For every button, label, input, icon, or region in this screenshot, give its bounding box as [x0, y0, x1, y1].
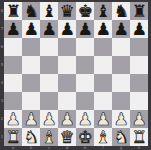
- square-a1[interactable]: ♜: [4, 128, 22, 146]
- square-e1[interactable]: ♚: [76, 128, 94, 146]
- square-a2[interactable]: ♟: [4, 110, 22, 128]
- square-h3[interactable]: [130, 92, 148, 110]
- square-h2[interactable]: ♟: [130, 110, 148, 128]
- square-f3[interactable]: [94, 92, 112, 110]
- square-c7[interactable]: ♟: [40, 20, 58, 38]
- black-knight: ♞: [113, 2, 128, 20]
- file-label-g: g: [112, 146, 130, 150]
- black-king: ♚: [77, 2, 92, 20]
- square-f7[interactable]: ♟: [94, 20, 112, 38]
- black-rook: ♜: [131, 2, 146, 20]
- black-pawn: ♟: [41, 20, 56, 38]
- white-queen: ♛: [59, 128, 74, 146]
- square-d8[interactable]: ♛: [58, 2, 76, 20]
- white-pawn: ♟: [95, 110, 110, 128]
- square-f8[interactable]: ♝: [94, 2, 112, 20]
- black-pawn: ♟: [95, 20, 110, 38]
- square-f1[interactable]: ♝: [94, 128, 112, 146]
- black-pawn: ♟: [23, 20, 38, 38]
- rank-labels: 87654321: [0, 2, 4, 146]
- black-knight: ♞: [23, 2, 38, 20]
- white-bishop: ♝: [41, 128, 56, 146]
- rank-label-4: 4: [0, 74, 4, 92]
- black-bishop: ♝: [95, 2, 110, 20]
- black-pawn: ♟: [131, 20, 146, 38]
- square-g8[interactable]: ♞: [112, 2, 130, 20]
- square-c6[interactable]: [40, 38, 58, 56]
- square-e5[interactable]: [76, 56, 94, 74]
- rank-label-2: 2: [0, 110, 4, 128]
- white-pawn: ♟: [23, 110, 38, 128]
- square-d1[interactable]: ♛: [58, 128, 76, 146]
- rank-label-1: 1: [0, 128, 4, 146]
- square-h7[interactable]: ♟: [130, 20, 148, 38]
- white-pawn: ♟: [5, 110, 20, 128]
- square-b7[interactable]: ♟: [22, 20, 40, 38]
- black-pawn: ♟: [113, 20, 128, 38]
- square-e6[interactable]: [76, 38, 94, 56]
- square-a8[interactable]: ♜: [4, 2, 22, 20]
- square-c3[interactable]: [40, 92, 58, 110]
- white-bishop: ♝: [95, 128, 110, 146]
- square-a3[interactable]: [4, 92, 22, 110]
- square-b2[interactable]: ♟: [22, 110, 40, 128]
- black-queen: ♛: [59, 2, 74, 20]
- square-h6[interactable]: [130, 38, 148, 56]
- square-c8[interactable]: ♝: [40, 2, 58, 20]
- square-d6[interactable]: [58, 38, 76, 56]
- file-label-c: c: [40, 146, 58, 150]
- white-king: ♚: [77, 128, 92, 146]
- white-pawn: ♟: [59, 110, 74, 128]
- file-label-e: e: [76, 146, 94, 150]
- square-d4[interactable]: [58, 74, 76, 92]
- white-rook: ♜: [131, 128, 146, 146]
- white-knight: ♞: [23, 128, 38, 146]
- black-pawn: ♟: [5, 20, 20, 38]
- file-label-b: b: [22, 146, 40, 150]
- black-pawn: ♟: [77, 20, 92, 38]
- square-d2[interactable]: ♟: [58, 110, 76, 128]
- square-d5[interactable]: [58, 56, 76, 74]
- square-b3[interactable]: [22, 92, 40, 110]
- square-c5[interactable]: [40, 56, 58, 74]
- square-e8[interactable]: ♚: [76, 2, 94, 20]
- black-pawn: ♟: [59, 20, 74, 38]
- file-label-d: d: [58, 146, 76, 150]
- square-c4[interactable]: [40, 74, 58, 92]
- square-d7[interactable]: ♟: [58, 20, 76, 38]
- file-label-a: a: [4, 146, 22, 150]
- white-pawn: ♟: [41, 110, 56, 128]
- file-label-h: h: [130, 146, 148, 150]
- square-a7[interactable]: ♟: [4, 20, 22, 38]
- square-e3[interactable]: [76, 92, 94, 110]
- rank-label-6: 6: [0, 38, 4, 56]
- square-e2[interactable]: ♟: [76, 110, 94, 128]
- square-f6[interactable]: [94, 38, 112, 56]
- square-b4[interactable]: [22, 74, 40, 92]
- square-g5[interactable]: [112, 56, 130, 74]
- square-c1[interactable]: ♝: [40, 128, 58, 146]
- rank-label-8: 8: [0, 2, 4, 20]
- square-b5[interactable]: [22, 56, 40, 74]
- square-d3[interactable]: [58, 92, 76, 110]
- square-h8[interactable]: ♜: [130, 2, 148, 20]
- square-h5[interactable]: [130, 56, 148, 74]
- white-rook: ♜: [5, 128, 20, 146]
- square-e4[interactable]: [76, 74, 94, 92]
- chess-board: ♜♞♝♛♚♝♞♜♟♟♟♟♟♟♟♟♟♟♟♟♟♟♟♟♜♞♝♛♚♝♞♜: [4, 2, 148, 146]
- square-b8[interactable]: ♞: [22, 2, 40, 20]
- square-a4[interactable]: [4, 74, 22, 92]
- file-label-f: f: [94, 146, 112, 150]
- square-h1[interactable]: ♜: [130, 128, 148, 146]
- square-b1[interactable]: ♞: [22, 128, 40, 146]
- square-g4[interactable]: [112, 74, 130, 92]
- square-g3[interactable]: [112, 92, 130, 110]
- square-g2[interactable]: ♟: [112, 110, 130, 128]
- square-f5[interactable]: [94, 56, 112, 74]
- rank-label-3: 3: [0, 92, 4, 110]
- square-a5[interactable]: [4, 56, 22, 74]
- square-c2[interactable]: ♟: [40, 110, 58, 128]
- square-b6[interactable]: [22, 38, 40, 56]
- file-labels: abcdefgh: [4, 146, 148, 150]
- rank-label-7: 7: [0, 20, 4, 38]
- white-pawn: ♟: [113, 110, 128, 128]
- white-pawn: ♟: [131, 110, 146, 128]
- square-f2[interactable]: ♟: [94, 110, 112, 128]
- black-rook: ♜: [5, 2, 20, 20]
- square-g6[interactable]: [112, 38, 130, 56]
- white-pawn: ♟: [77, 110, 92, 128]
- square-h4[interactable]: [130, 74, 148, 92]
- square-a6[interactable]: [4, 38, 22, 56]
- square-f4[interactable]: [94, 74, 112, 92]
- square-e7[interactable]: ♟: [76, 20, 94, 38]
- black-bishop: ♝: [41, 2, 56, 20]
- white-knight: ♞: [113, 128, 128, 146]
- square-g1[interactable]: ♞: [112, 128, 130, 146]
- chess-app: ♜♞♝♛♚♝♞♜♟♟♟♟♟♟♟♟♟♟♟♟♟♟♟♟♜♞♝♛♚♝♞♜ 8765432…: [0, 0, 151, 150]
- rank-label-5: 5: [0, 56, 4, 74]
- square-g7[interactable]: ♟: [112, 20, 130, 38]
